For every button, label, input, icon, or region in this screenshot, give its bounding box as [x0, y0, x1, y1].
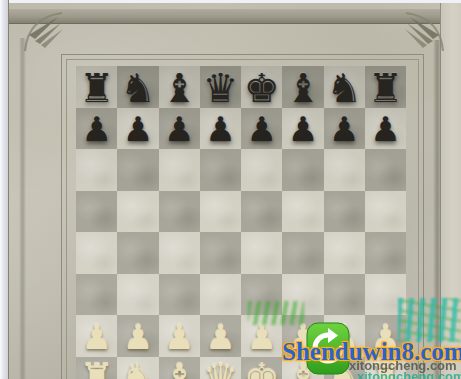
square-f5[interactable]: [282, 191, 323, 233]
square-c8[interactable]: ♝: [159, 66, 200, 108]
white-pawn-b2[interactable]: ♟: [123, 320, 153, 354]
square-a6[interactable]: [76, 149, 117, 191]
square-a8[interactable]: ♜: [76, 66, 117, 108]
square-e8[interactable]: ♚: [241, 66, 282, 108]
frame-left-engraving: [19, 38, 26, 379]
square-d7[interactable]: ♟: [200, 108, 241, 150]
square-b1[interactable]: ♞: [117, 357, 158, 379]
square-g6[interactable]: [324, 149, 365, 191]
square-b7[interactable]: ♟: [117, 108, 158, 150]
black-queen-d8[interactable]: ♛: [202, 68, 238, 108]
square-a3[interactable]: [76, 274, 117, 316]
white-king-e1[interactable]: ♚: [244, 358, 280, 379]
square-a1[interactable]: ♜: [76, 357, 117, 379]
square-e7[interactable]: ♟: [241, 108, 282, 150]
square-d3[interactable]: [200, 274, 241, 316]
square-a5[interactable]: [76, 191, 117, 233]
square-e4[interactable]: [241, 232, 282, 274]
black-king-e8[interactable]: ♚: [244, 68, 280, 108]
black-pawn-g7[interactable]: ♟: [329, 112, 359, 146]
square-b3[interactable]: [117, 274, 158, 316]
black-pawn-c7[interactable]: ♟: [164, 112, 194, 146]
square-b4[interactable]: [117, 232, 158, 274]
square-c7[interactable]: ♟: [159, 108, 200, 150]
black-knight-b8[interactable]: ♞: [120, 68, 156, 108]
square-e5[interactable]: [241, 191, 282, 233]
black-pawn-a7[interactable]: ♟: [81, 112, 111, 146]
square-h6[interactable]: [365, 149, 406, 191]
square-d1[interactable]: ♛: [200, 357, 241, 379]
square-b6[interactable]: [117, 149, 158, 191]
square-e6[interactable]: [241, 149, 282, 191]
square-h8[interactable]: ♜: [365, 66, 406, 108]
frame-right-bevel: [441, 0, 461, 379]
square-f3[interactable]: [282, 274, 323, 316]
square-g8[interactable]: ♞: [324, 66, 365, 108]
black-bishop-c8[interactable]: ♝: [161, 68, 197, 108]
chess-game-screen: ♜♞♝♛♚♝♞♜♟♟♟♟♟♟♟♟♟♟♟♟♟♟♟♟♜♞♝♛♚♝♞♜ Shenduw…: [0, 0, 461, 379]
frame-top-molding: [9, 9, 461, 24]
square-c3[interactable]: [159, 274, 200, 316]
square-d6[interactable]: [200, 149, 241, 191]
square-b8[interactable]: ♞: [117, 66, 158, 108]
white-pawn-e2[interactable]: ♟: [246, 320, 276, 354]
white-rook-a1[interactable]: ♜: [79, 358, 115, 379]
square-f8[interactable]: ♝: [282, 66, 323, 108]
corner-flourish-icon: [12, 8, 64, 52]
square-d2[interactable]: ♟: [200, 315, 241, 357]
black-pawn-b7[interactable]: ♟: [123, 112, 153, 146]
square-a2[interactable]: ♟: [76, 315, 117, 357]
black-pawn-d7[interactable]: ♟: [205, 112, 235, 146]
square-c2[interactable]: ♟: [159, 315, 200, 357]
window-top-edge: [0, 0, 461, 3]
square-g5[interactable]: [324, 191, 365, 233]
square-e1[interactable]: ♚: [241, 357, 282, 379]
black-knight-g8[interactable]: ♞: [326, 68, 362, 108]
chess-board: ♜♞♝♛♚♝♞♜♟♟♟♟♟♟♟♟♟♟♟♟♟♟♟♟♜♞♝♛♚♝♞♜: [76, 66, 406, 379]
square-f4[interactable]: [282, 232, 323, 274]
square-c6[interactable]: [159, 149, 200, 191]
white-queen-d1[interactable]: ♛: [202, 358, 238, 379]
square-d5[interactable]: [200, 191, 241, 233]
square-h5[interactable]: [365, 191, 406, 233]
white-pawn-a2[interactable]: ♟: [81, 320, 111, 354]
black-rook-h8[interactable]: ♜: [367, 68, 403, 108]
black-bishop-f8[interactable]: ♝: [285, 68, 321, 108]
square-c1[interactable]: ♝: [159, 357, 200, 379]
square-e2[interactable]: ♟: [241, 315, 282, 357]
black-pawn-h7[interactable]: ♟: [370, 112, 400, 146]
square-b5[interactable]: [117, 191, 158, 233]
square-a4[interactable]: [76, 232, 117, 274]
square-g3[interactable]: [324, 274, 365, 316]
square-g7[interactable]: ♟: [324, 108, 365, 150]
square-d4[interactable]: [200, 232, 241, 274]
black-rook-a8[interactable]: ♜: [79, 68, 115, 108]
white-pawn-d2[interactable]: ♟: [205, 320, 235, 354]
square-c4[interactable]: [159, 232, 200, 274]
square-g4[interactable]: [324, 232, 365, 274]
square-f6[interactable]: [282, 149, 323, 191]
watermark-sub-text: xitongcheng.com: [349, 358, 457, 373]
square-d8[interactable]: ♛: [200, 66, 241, 108]
black-pawn-e7[interactable]: ♟: [246, 112, 276, 146]
corner-flourish-icon: [404, 8, 456, 52]
square-h7[interactable]: ♟: [365, 108, 406, 150]
black-pawn-f7[interactable]: ♟: [288, 112, 318, 146]
square-h4[interactable]: [365, 232, 406, 274]
frame-right-engraving: [433, 40, 441, 379]
square-a7[interactable]: ♟: [76, 108, 117, 150]
square-b2[interactable]: ♟: [117, 315, 158, 357]
white-knight-b1[interactable]: ♞: [120, 358, 156, 379]
square-c5[interactable]: [159, 191, 200, 233]
white-pawn-c2[interactable]: ♟: [164, 320, 194, 354]
window-left-edge-line: [8, 0, 9, 379]
white-bishop-c1[interactable]: ♝: [161, 358, 197, 379]
square-h3[interactable]: [365, 274, 406, 316]
square-f7[interactable]: ♟: [282, 108, 323, 150]
square-e3[interactable]: [241, 274, 282, 316]
